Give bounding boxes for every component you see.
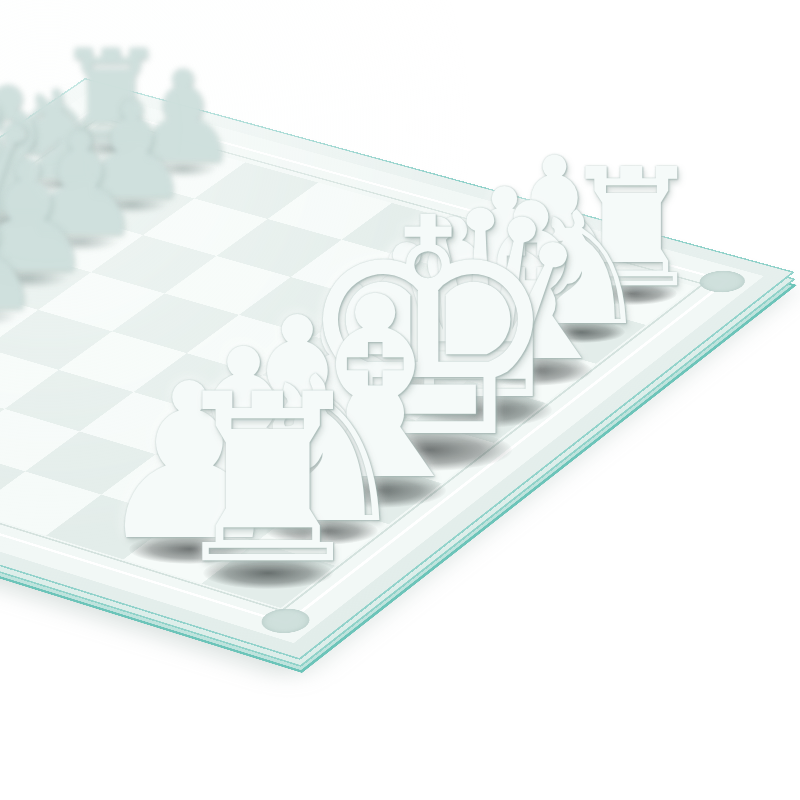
piece-black-pawn-e7[interactable]: ♟ bbox=[0, 172, 55, 333]
piece-black-pawn-f7[interactable]: ♟ bbox=[0, 202, 5, 372]
photo-scene: ♜♟♞♟♝♟♛♟♟♜♚♟♟♞♝♟♟♝♞♟♟♛♜♟♟♚♟♝♟♞♟♜ bbox=[0, 0, 800, 800]
pieces-layer: ♜♟♞♟♝♟♛♟♟♜♚♟♟♞♝♟♟♝♞♟♟♛♜♟♟♚♟♝♟♞♟♜ bbox=[0, 0, 800, 800]
piece-white-rook-h1[interactable]: ♜ bbox=[152, 364, 384, 596]
